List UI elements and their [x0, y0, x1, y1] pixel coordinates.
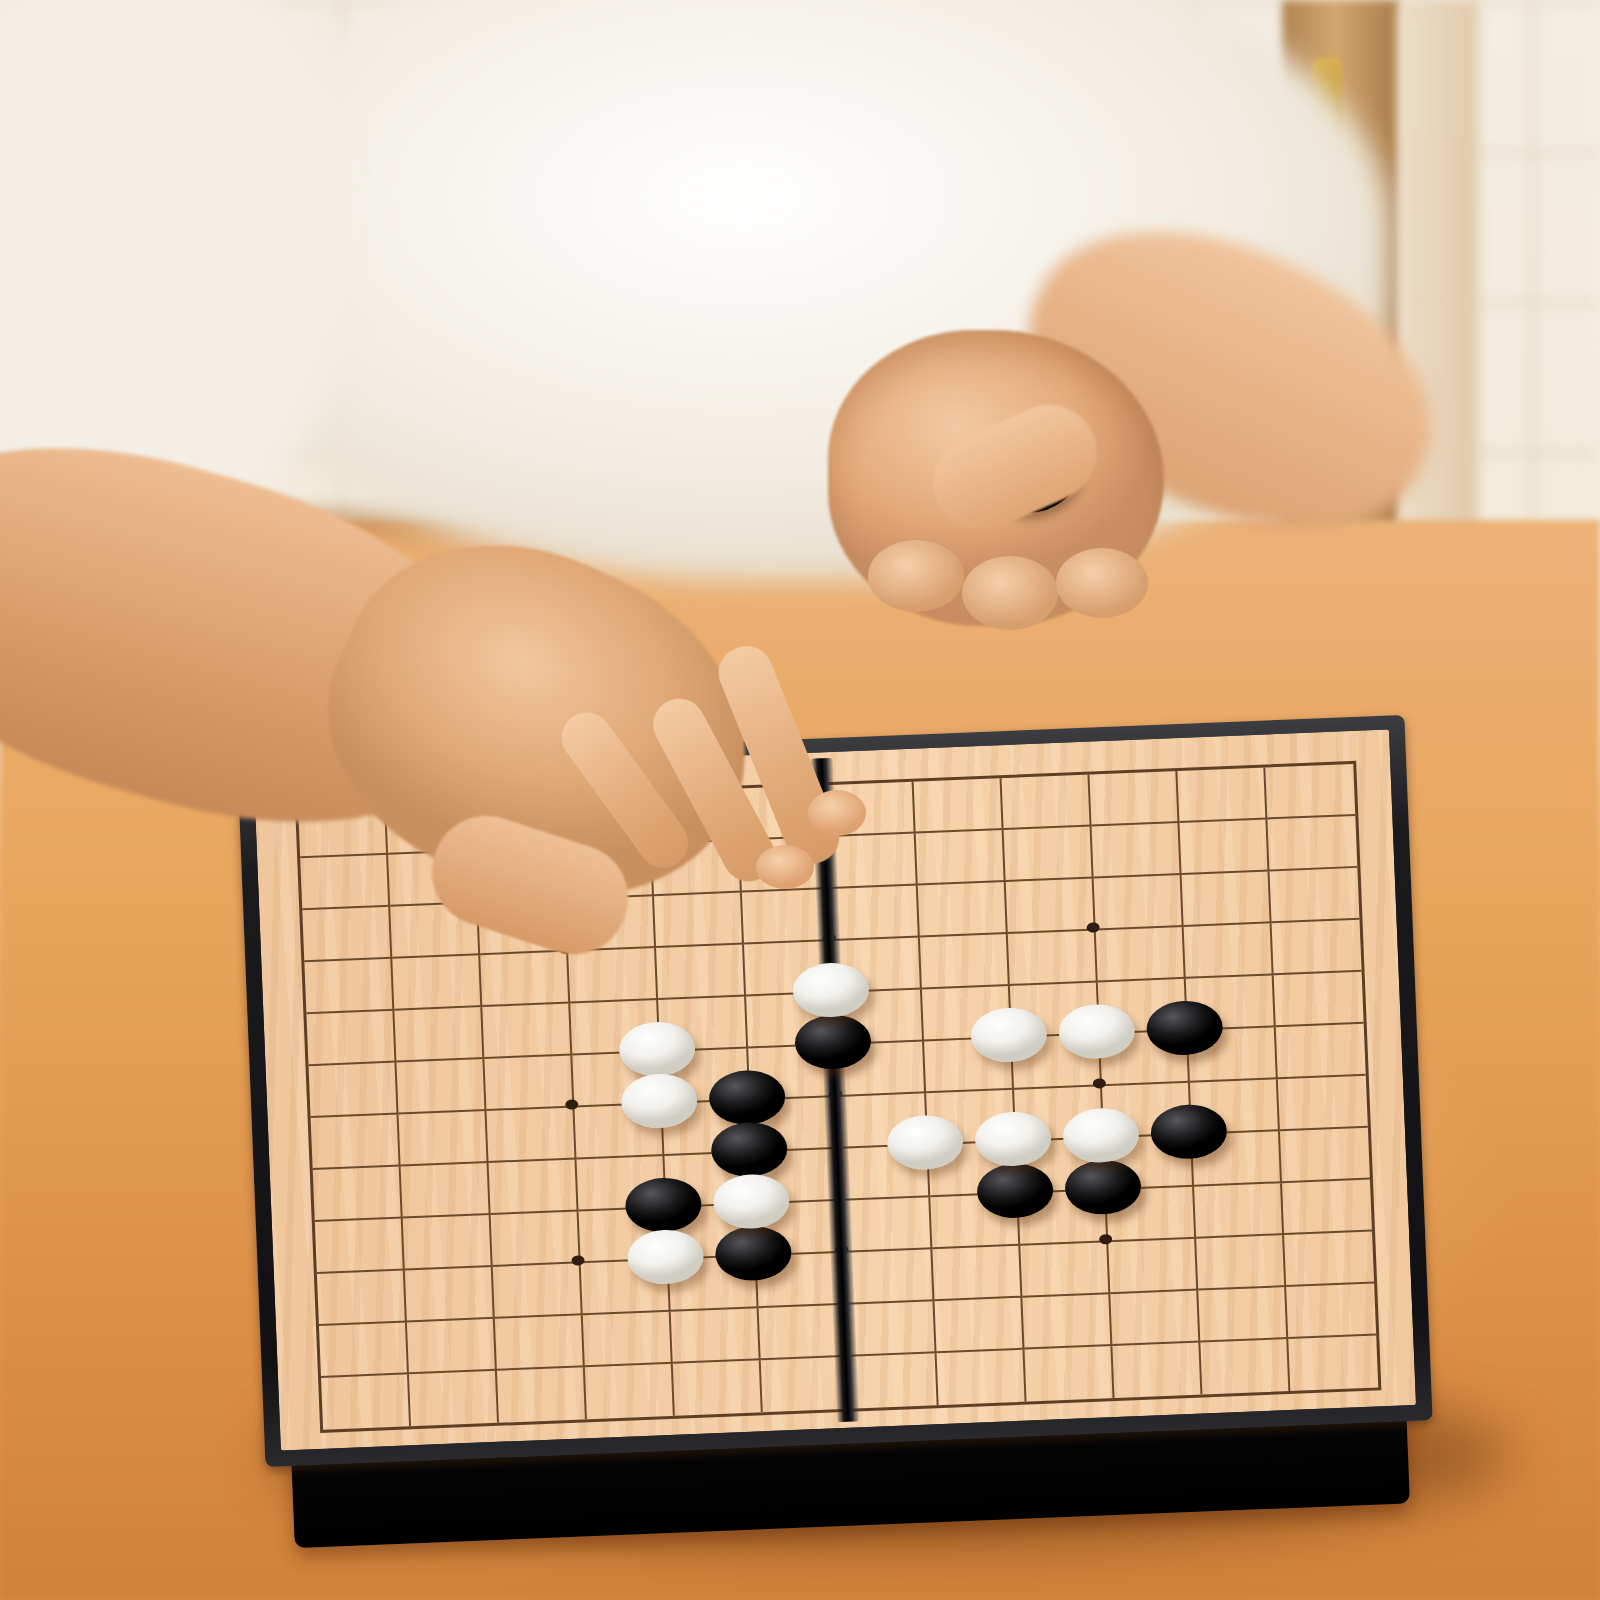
hoshi-star-point [571, 1255, 584, 1266]
opponent-knuckle [868, 540, 964, 612]
white-stone[interactable] [1058, 1003, 1136, 1060]
black-stone[interactable] [1150, 1103, 1228, 1160]
player-fingertip [756, 845, 814, 889]
white-stone[interactable] [620, 1073, 698, 1130]
black-stone[interactable] [1064, 1159, 1142, 1216]
hoshi-star-point [1093, 1078, 1106, 1089]
hoshi-star-point [565, 1099, 578, 1110]
white-stone[interactable] [626, 1228, 704, 1285]
white-stone[interactable] [886, 1114, 964, 1171]
hoshi-star-point [1099, 1234, 1112, 1245]
white-stone[interactable] [712, 1173, 790, 1230]
opponent-knuckle [1056, 548, 1148, 618]
black-stone[interactable] [710, 1121, 788, 1178]
black-stone[interactable] [976, 1162, 1054, 1219]
hoshi-star-point [1086, 922, 1099, 933]
black-stone[interactable] [624, 1176, 702, 1233]
opponent-sleeve [0, 0, 340, 520]
black-stone[interactable] [1146, 999, 1224, 1056]
white-stone[interactable] [970, 1006, 1048, 1063]
white-stone[interactable] [1062, 1107, 1140, 1164]
opponent-knuckle [962, 556, 1058, 630]
player-fingertip [808, 790, 866, 836]
black-stone[interactable] [708, 1069, 786, 1126]
black-stone[interactable] [714, 1225, 792, 1282]
white-stone[interactable] [974, 1110, 1052, 1167]
white-stone[interactable] [792, 962, 870, 1019]
white-stone[interactable] [618, 1021, 696, 1078]
black-stone[interactable] [794, 1014, 872, 1071]
